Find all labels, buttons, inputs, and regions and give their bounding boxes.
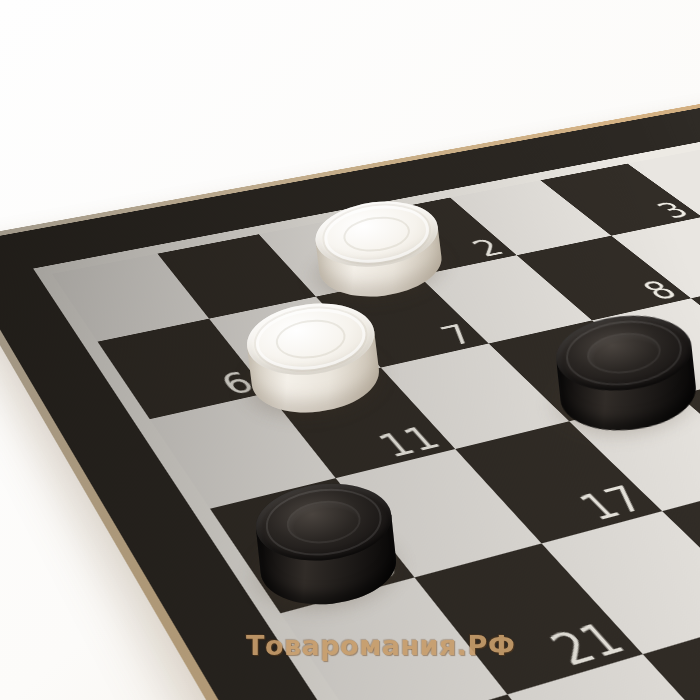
watermark-text: Товаромания.РФ <box>246 630 515 662</box>
white-checker-1[interactable] <box>312 195 446 303</box>
product-photo: 2345678910111314151617181920212223242526… <box>0 0 700 700</box>
black-checker-4[interactable] <box>252 477 400 611</box>
black-checker-3[interactable] <box>552 309 699 437</box>
white-checker-2[interactable] <box>243 297 383 420</box>
